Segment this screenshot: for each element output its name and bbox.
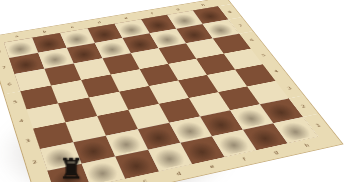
rank-label-5: 5: [261, 53, 267, 57]
square-b5[interactable]: [51, 80, 89, 103]
black-K-glyph: ♚: [189, 120, 220, 154]
rank-label-6: 6: [249, 38, 254, 41]
file-label-d: d: [176, 171, 182, 176]
rank-label-8: 8: [0, 50, 1, 54]
white-P-glyph: ♟: [106, 32, 123, 51]
rank-label-2: 2: [32, 159, 38, 164]
file-label-c: c: [142, 178, 148, 182]
chess-set-photo: abcdefgh8♜♞♝♛♚♝♞♜87♟♟♟♟♟♟♟♟7665544332♟♟♟…: [0, 0, 350, 182]
square-a1[interactable]: ♜: [47, 164, 90, 182]
white-P-glyph: ♟: [161, 23, 178, 42]
file-label-e: e: [209, 164, 215, 169]
square-d1[interactable]: ♛: [148, 143, 192, 172]
black-R-glyph: ♜: [58, 156, 83, 182]
rank-label-4: 4: [273, 69, 279, 73]
coordinate-band: g: [257, 143, 296, 161]
black-N-glyph: ♞: [256, 113, 280, 140]
file-label-g: g: [273, 150, 280, 155]
rank-label-7: 7: [238, 24, 243, 27]
white-P-glyph: ♟: [215, 14, 231, 32]
black-B-glyph: ♝: [126, 139, 152, 169]
white-P-glyph: ♟: [78, 37, 95, 56]
white-P-glyph: ♟: [188, 18, 204, 36]
rank-label-3: 3: [286, 86, 292, 90]
rank-label-4: 4: [19, 118, 24, 123]
white-P-glyph: ♟: [49, 42, 66, 61]
chess-board: abcdefgh8♜♞♝♛♚♝♞♜87♟♟♟♟♟♟♟♟7665544332♟♟♟…: [0, 0, 344, 182]
white-P-glyph: ♟: [134, 28, 151, 47]
square-b6[interactable]: [44, 63, 81, 85]
black-N-glyph: ♞: [92, 147, 118, 176]
black-R-glyph: ♜: [287, 108, 310, 134]
white-P-glyph: ♟: [19, 47, 36, 66]
coordinate-band: 6: [0, 74, 20, 94]
coordinate-band: 4: [263, 62, 290, 81]
black-Q-glyph: ♛: [157, 128, 187, 162]
black-B-glyph: ♝: [224, 119, 250, 148]
rank-label-5: 5: [13, 100, 18, 104]
rank-label-6: 6: [7, 82, 12, 86]
rank-label-3: 3: [25, 138, 30, 143]
file-label-h: h: [304, 143, 311, 148]
rank-label-1: 1: [315, 123, 322, 128]
rank-label-7: 7: [2, 65, 7, 69]
board-scene: abcdefgh8♜♞♝♛♚♝♞♜87♟♟♟♟♟♟♟♟7665544332♟♟♟…: [8, 0, 288, 182]
file-label-f: f: [242, 157, 247, 162]
